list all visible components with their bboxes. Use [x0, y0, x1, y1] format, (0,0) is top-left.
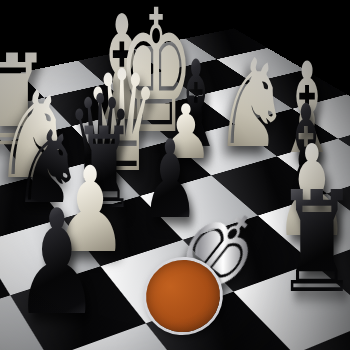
pieces-layer: ♜♝♚♞♞♝♝♛♝♛♟♜♟♞♟♟♜♚♟	[0, 0, 350, 350]
chess-scene: ♜♝♚♞♞♝♝♛♝♛♟♜♟♞♟♟♜♚♟	[0, 0, 350, 350]
black-pawn[interactable]: ♟	[14, 190, 100, 335]
black-rook[interactable]: ♜	[276, 173, 350, 313]
black-pawn[interactable]: ♟	[141, 126, 199, 234]
